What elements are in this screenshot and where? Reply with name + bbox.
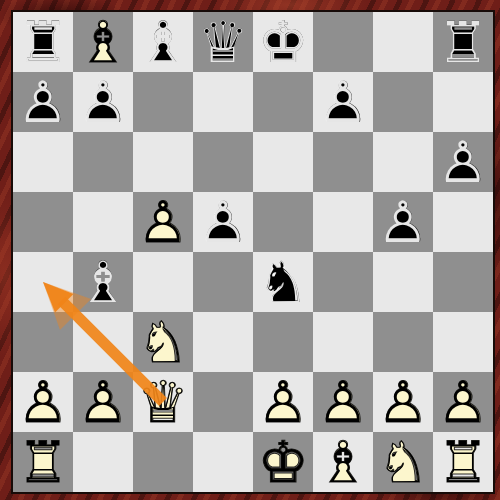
square-g5[interactable]: ♟♙: [373, 192, 433, 252]
square-c3[interactable]: ♞♘: [133, 312, 193, 372]
square-g3[interactable]: [373, 312, 433, 372]
square-h8[interactable]: ♜♖: [433, 12, 493, 72]
piece-outline-glyph: ♖: [13, 432, 73, 492]
square-h1[interactable]: ♜♖: [433, 432, 493, 492]
square-b5[interactable]: [73, 192, 133, 252]
square-f1[interactable]: ♝♗: [313, 432, 373, 492]
piece-outline-glyph: ♖: [433, 12, 493, 72]
square-d8[interactable]: ♛♕: [193, 12, 253, 72]
square-a2[interactable]: ♟♙: [13, 372, 73, 432]
piece-outline-glyph: ♙: [433, 372, 493, 432]
square-g4[interactable]: [373, 252, 433, 312]
square-d5[interactable]: ♟♙: [193, 192, 253, 252]
square-f3[interactable]: [313, 312, 373, 372]
piece-white-pawn[interactable]: ♟♙: [133, 192, 193, 252]
piece-white-pawn[interactable]: ♟♙: [433, 372, 493, 432]
board-frame: ♜♖♝♗♝♗♛♕♚♔♜♖♟♙♟♙♟♙♟♙♟♙♟♙♟♙♝♗♞♘♞♘♟♙♟♙♛♕♟♙…: [0, 0, 500, 500]
square-f4[interactable]: [313, 252, 373, 312]
piece-outline-glyph: ♗: [133, 12, 193, 72]
piece-outline-glyph: ♙: [433, 132, 493, 192]
piece-white-king[interactable]: ♚♔: [253, 432, 313, 492]
piece-outline-glyph: ♙: [313, 372, 373, 432]
square-e5[interactable]: [253, 192, 313, 252]
piece-outline-glyph: ♔: [253, 432, 313, 492]
square-a8[interactable]: ♜♖: [13, 12, 73, 72]
square-f5[interactable]: [313, 192, 373, 252]
square-h7[interactable]: [433, 72, 493, 132]
piece-outline-glyph: ♗: [73, 12, 133, 72]
square-g6[interactable]: [373, 132, 433, 192]
piece-black-pawn[interactable]: ♟♙: [13, 72, 73, 132]
chess-board: ♜♖♝♗♝♗♛♕♚♔♜♖♟♙♟♙♟♙♟♙♟♙♟♙♟♙♝♗♞♘♞♘♟♙♟♙♛♕♟♙…: [11, 10, 495, 494]
piece-black-queen[interactable]: ♛♕: [193, 12, 253, 72]
square-d7[interactable]: [193, 72, 253, 132]
square-a5[interactable]: [13, 192, 73, 252]
square-e1[interactable]: ♚♔: [253, 432, 313, 492]
square-e2[interactable]: ♟♙: [253, 372, 313, 432]
piece-outline-glyph: ♙: [73, 72, 133, 132]
square-b8[interactable]: ♝♗: [73, 12, 133, 72]
square-g8[interactable]: [373, 12, 433, 72]
square-a1[interactable]: ♜♖: [13, 432, 73, 492]
square-h4[interactable]: [433, 252, 493, 312]
piece-white-rook[interactable]: ♜♖: [13, 432, 73, 492]
piece-white-knight[interactable]: ♞♘: [373, 432, 433, 492]
square-b4[interactable]: ♝♗: [73, 252, 133, 312]
piece-outline-glyph: ♙: [373, 372, 433, 432]
square-e3[interactable]: [253, 312, 313, 372]
piece-white-bishop[interactable]: ♝♗: [313, 432, 373, 492]
square-h2[interactable]: ♟♙: [433, 372, 493, 432]
square-a7[interactable]: ♟♙: [13, 72, 73, 132]
square-a3[interactable]: [13, 312, 73, 372]
piece-black-king[interactable]: ♚♔: [253, 12, 313, 72]
square-e6[interactable]: [253, 132, 313, 192]
square-f7[interactable]: ♟♙: [313, 72, 373, 132]
piece-outline-glyph: ♔: [253, 12, 313, 72]
piece-black-rook[interactable]: ♜♖: [13, 12, 73, 72]
piece-outline-glyph: ♗: [73, 252, 133, 312]
square-h6[interactable]: ♟♙: [433, 132, 493, 192]
piece-outline-glyph: ♙: [193, 192, 253, 252]
square-e4[interactable]: ♞♘: [253, 252, 313, 312]
square-d4[interactable]: [193, 252, 253, 312]
square-g7[interactable]: [373, 72, 433, 132]
piece-white-knight[interactable]: ♞♘: [133, 312, 193, 372]
piece-white-pawn[interactable]: ♟♙: [313, 372, 373, 432]
piece-outline-glyph: ♙: [313, 72, 373, 132]
piece-outline-glyph: ♕: [193, 12, 253, 72]
piece-black-bishop[interactable]: ♝♗: [73, 252, 133, 312]
piece-outline-glyph: ♙: [13, 72, 73, 132]
square-f8[interactable]: [313, 12, 373, 72]
piece-black-pawn[interactable]: ♟♙: [313, 72, 373, 132]
square-f6[interactable]: [313, 132, 373, 192]
square-c1[interactable]: [133, 432, 193, 492]
piece-outline-glyph: ♕: [133, 372, 193, 432]
piece-white-bishop[interactable]: ♝♗: [73, 12, 133, 72]
square-d1[interactable]: [193, 432, 253, 492]
square-g1[interactable]: ♞♘: [373, 432, 433, 492]
piece-white-queen[interactable]: ♛♕: [133, 372, 193, 432]
piece-black-pawn[interactable]: ♟♙: [193, 192, 253, 252]
piece-black-pawn[interactable]: ♟♙: [73, 72, 133, 132]
piece-black-knight[interactable]: ♞♘: [253, 252, 313, 312]
square-c8[interactable]: ♝♗: [133, 12, 193, 72]
square-c7[interactable]: [133, 72, 193, 132]
piece-black-pawn[interactable]: ♟♙: [433, 132, 493, 192]
square-d2[interactable]: [193, 372, 253, 432]
piece-outline-glyph: ♙: [13, 372, 73, 432]
piece-white-pawn[interactable]: ♟♙: [73, 372, 133, 432]
piece-outline-glyph: ♘: [373, 432, 433, 492]
piece-outline-glyph: ♙: [133, 192, 193, 252]
square-h5[interactable]: [433, 192, 493, 252]
square-b3[interactable]: [73, 312, 133, 372]
square-b6[interactable]: [73, 132, 133, 192]
piece-outline-glyph: ♙: [373, 192, 433, 252]
piece-outline-glyph: ♙: [73, 372, 133, 432]
piece-outline-glyph: ♗: [313, 432, 373, 492]
square-c6[interactable]: [133, 132, 193, 192]
square-c2[interactable]: ♛♕: [133, 372, 193, 432]
square-d3[interactable]: [193, 312, 253, 372]
square-e8[interactable]: ♚♔: [253, 12, 313, 72]
square-a6[interactable]: [13, 132, 73, 192]
piece-outline-glyph: ♘: [133, 312, 193, 372]
square-f2[interactable]: ♟♙: [313, 372, 373, 432]
square-a4[interactable]: [13, 252, 73, 312]
square-e7[interactable]: [253, 72, 313, 132]
piece-outline-glyph: ♙: [253, 372, 313, 432]
piece-black-rook[interactable]: ♜♖: [433, 12, 493, 72]
square-h3[interactable]: [433, 312, 493, 372]
square-b7[interactable]: ♟♙: [73, 72, 133, 132]
piece-outline-glyph: ♖: [433, 432, 493, 492]
piece-black-bishop[interactable]: ♝♗: [133, 12, 193, 72]
piece-outline-glyph: ♘: [253, 252, 313, 312]
square-b1[interactable]: [73, 432, 133, 492]
square-c4[interactable]: [133, 252, 193, 312]
square-b2[interactable]: ♟♙: [73, 372, 133, 432]
square-c5[interactable]: ♟♙: [133, 192, 193, 252]
piece-white-pawn[interactable]: ♟♙: [253, 372, 313, 432]
piece-white-rook[interactable]: ♜♖: [433, 432, 493, 492]
square-g2[interactable]: ♟♙: [373, 372, 433, 432]
square-d6[interactable]: [193, 132, 253, 192]
piece-white-pawn[interactable]: ♟♙: [373, 372, 433, 432]
piece-white-pawn[interactable]: ♟♙: [13, 372, 73, 432]
piece-black-pawn[interactable]: ♟♙: [373, 192, 433, 252]
piece-outline-glyph: ♖: [13, 12, 73, 72]
